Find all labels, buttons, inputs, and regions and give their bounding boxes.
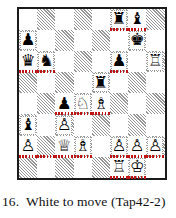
spellcheck-underline: [128, 176, 146, 179]
white-knight: ♘: [75, 94, 91, 113]
chess-board: ♜♝♟♚♛♞♟♖♜♟♘♗♝♙♙♕♗♙♙♙♖♔: [17, 7, 167, 180]
square-f8: ♜: [110, 9, 128, 30]
square-a4: [19, 93, 37, 114]
square-g8: ♝: [128, 9, 146, 30]
black-pawn: ♟: [111, 52, 127, 71]
white-king-glyph: ♔: [130, 158, 145, 175]
square-b7: [37, 30, 55, 51]
square-g2: ♙: [128, 136, 146, 157]
square-e4: ♗: [92, 93, 110, 114]
spellcheck-underline: [74, 112, 92, 115]
square-d1: [74, 157, 92, 178]
square-b2: [37, 136, 55, 157]
spellcheck-underline: [19, 155, 37, 158]
black-bishop-glyph: ♝: [130, 11, 145, 28]
black-queen-glyph: ♛: [21, 53, 36, 70]
square-g1: ♔: [128, 157, 146, 178]
white-bishop-glyph: ♗: [93, 95, 108, 112]
square-d8: [74, 9, 92, 30]
black-pawn-glyph: ♟: [57, 95, 72, 112]
square-h1: [146, 157, 164, 178]
square-g3: [128, 114, 146, 135]
spellcheck-underline: [128, 155, 146, 158]
square-h8: [146, 9, 164, 30]
square-b4: [37, 93, 55, 114]
spellcheck-underline: [92, 112, 110, 115]
white-king: ♔: [129, 158, 145, 177]
square-f7: [110, 30, 128, 51]
square-a3: ♝: [19, 114, 37, 135]
white-knight-glyph: ♘: [75, 95, 90, 112]
square-a6: ♛: [19, 51, 37, 72]
square-e5: ♜: [92, 72, 110, 93]
spellcheck-underline: [110, 70, 128, 73]
white-pawn-glyph: ♙: [112, 137, 127, 154]
square-g4: [128, 93, 146, 114]
square-c7: [55, 30, 73, 51]
square-f4: [110, 93, 128, 114]
square-h3: [146, 114, 164, 135]
black-queen: ♛: [20, 52, 36, 71]
square-b5: [37, 72, 55, 93]
square-f1: ♖: [110, 157, 128, 178]
square-a8: [19, 9, 37, 30]
white-rook: ♖: [111, 158, 127, 177]
white-queen-glyph: ♕: [57, 137, 72, 154]
square-h6: ♖: [146, 51, 164, 72]
square-c2: ♕: [55, 136, 73, 157]
white-pawn-glyph: ♙: [148, 137, 163, 154]
spellcheck-underline: [110, 28, 128, 31]
square-f2: ♙: [110, 136, 128, 157]
square-h7: [146, 30, 164, 51]
spellcheck-underline: [110, 176, 128, 179]
spellcheck-underline: [74, 155, 92, 158]
spellcheck-underline: [55, 155, 73, 158]
square-d2: ♗: [74, 136, 92, 157]
black-pawn: ♟: [56, 94, 72, 113]
black-bishop-glyph: ♝: [21, 116, 36, 133]
square-e8: [92, 9, 110, 30]
black-bishop: ♝: [20, 116, 36, 135]
spellcheck-underline: [19, 70, 37, 73]
white-pawn: ♙: [129, 137, 145, 156]
white-pawn-glyph: ♙: [130, 137, 145, 154]
square-e6: [92, 51, 110, 72]
square-g7: ♚: [128, 30, 146, 51]
square-c4: ♟: [55, 93, 73, 114]
white-pawn: ♙: [56, 116, 72, 135]
white-rook: ♖: [147, 52, 163, 71]
square-c3: ♙: [55, 114, 73, 135]
black-pawn-glyph: ♟: [21, 32, 36, 49]
square-a7: ♟: [19, 30, 37, 51]
square-d4: ♘: [74, 93, 92, 114]
spellcheck-underline: [110, 155, 128, 158]
spellcheck-underline: [37, 70, 55, 73]
black-rook-glyph: ♜: [112, 11, 127, 28]
square-a2: ♙: [19, 136, 37, 157]
white-rook-glyph: ♖: [148, 53, 163, 70]
square-f3: [110, 114, 128, 135]
square-g6: [128, 51, 146, 72]
square-b8: [37, 9, 55, 30]
white-bishop-glyph: ♗: [75, 137, 90, 154]
square-f6: ♟: [110, 51, 128, 72]
square-d7: [74, 30, 92, 51]
square-d5: [74, 72, 92, 93]
square-d3: [74, 114, 92, 135]
black-bishop: ♝: [129, 10, 145, 29]
white-rook-glyph: ♖: [112, 158, 127, 175]
black-knight-glyph: ♞: [39, 53, 54, 70]
square-h2: ♙: [146, 136, 164, 157]
square-c6: [55, 51, 73, 72]
square-d6: [74, 51, 92, 72]
caption: 16. White to move (Tap42-2): [2, 194, 166, 210]
square-b6: ♞: [37, 51, 55, 72]
square-a1: [19, 157, 37, 178]
spellcheck-underline: [146, 155, 164, 158]
black-rook: ♜: [111, 10, 127, 29]
square-e2: [92, 136, 110, 157]
square-h4: [146, 93, 164, 114]
square-e1: [92, 157, 110, 178]
black-knight: ♞: [38, 52, 54, 71]
square-e7: [92, 30, 110, 51]
square-c8: [55, 9, 73, 30]
square-c5: [55, 72, 73, 93]
square-b3: [37, 114, 55, 135]
square-g5: [128, 72, 146, 93]
black-rook-glyph: ♜: [93, 74, 108, 91]
white-pawn: ♙: [20, 137, 36, 156]
white-bishop: ♗: [75, 137, 91, 156]
square-b1: [37, 157, 55, 178]
spellcheck-underline: [55, 112, 73, 115]
white-pawn-glyph: ♙: [21, 137, 36, 154]
square-e3: [92, 114, 110, 135]
white-pawn: ♙: [111, 137, 127, 156]
white-pawn: ♙: [147, 137, 163, 156]
white-bishop: ♗: [93, 94, 109, 113]
square-h5: [146, 72, 164, 93]
spellcheck-underline: [37, 155, 55, 158]
black-pawn: ♟: [20, 31, 36, 50]
square-f5: [110, 72, 128, 93]
white-pawn-glyph: ♙: [57, 116, 72, 133]
black-king-glyph: ♚: [130, 32, 145, 49]
square-c1: [55, 157, 73, 178]
spellcheck-underline: [128, 28, 146, 31]
black-rook: ♜: [93, 73, 109, 92]
white-queen: ♕: [56, 137, 72, 156]
black-pawn-glyph: ♟: [112, 53, 127, 70]
square-a5: [19, 72, 37, 93]
black-king: ♚: [129, 31, 145, 50]
